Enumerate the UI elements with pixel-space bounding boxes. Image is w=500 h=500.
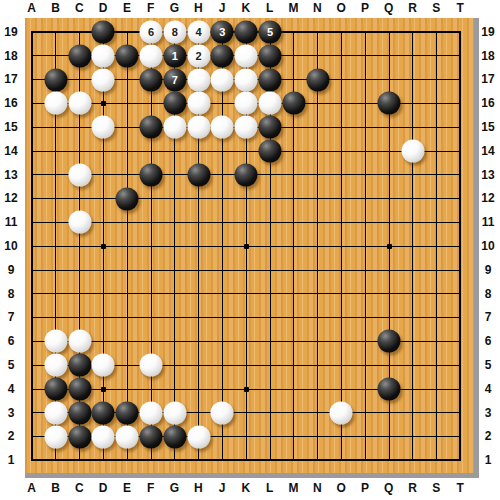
coord-label-right: 14 (477, 144, 499, 158)
stone-white-J15 (211, 116, 234, 139)
coord-label-right: 16 (477, 96, 499, 110)
stone-white-C16 (68, 92, 91, 115)
coord-label-bottom: B (51, 481, 60, 495)
star-point (101, 244, 106, 249)
stone-white-B16 (44, 92, 67, 115)
stone-black-E18 (116, 44, 139, 67)
coord-label-top: B (51, 1, 60, 15)
coord-label-top: S (432, 1, 440, 15)
stone-white-O3 (330, 401, 353, 424)
coord-label-top: J (219, 1, 226, 15)
stone-white-F18 (140, 44, 163, 67)
coord-label-bottom: C (75, 481, 84, 495)
coord-label-left: 11 (0, 215, 22, 229)
coord-label-bottom: T (456, 481, 463, 495)
stone-white-F19: 6 (140, 21, 163, 44)
coord-label-left: 14 (0, 144, 22, 158)
stone-black-E12 (116, 187, 139, 210)
coord-label-top: H (194, 1, 203, 15)
coord-label-top: F (147, 1, 154, 15)
stone-black-F17 (140, 68, 163, 91)
grid-line-horizontal (31, 270, 461, 271)
stone-white-K15 (235, 116, 258, 139)
stone-black-C2 (68, 425, 91, 448)
stone-white-H18: 2 (187, 44, 210, 67)
star-point (244, 387, 249, 392)
stone-black-B4 (44, 378, 67, 401)
stone-black-E3 (116, 401, 139, 424)
stone-black-B17 (44, 68, 67, 91)
grid-line-vertical (317, 31, 318, 461)
coord-label-bottom: P (361, 481, 369, 495)
coord-label-right: 19 (477, 25, 499, 39)
coord-label-right: 4 (477, 382, 499, 396)
coord-label-top: Q (384, 1, 393, 15)
grid-line-vertical (436, 31, 437, 461)
coord-label-right: 15 (477, 120, 499, 134)
stone-black-C5 (68, 354, 91, 377)
stone-black-M16 (282, 92, 305, 115)
coord-label-left: 9 (0, 263, 22, 277)
stone-white-H16 (187, 92, 210, 115)
stone-white-L16 (259, 92, 282, 115)
stone-white-G19: 8 (163, 21, 186, 44)
stone-black-Q6 (378, 330, 401, 353)
coord-label-top: P (361, 1, 369, 15)
coord-label-bottom: L (266, 481, 273, 495)
coord-label-right: 9 (477, 263, 499, 277)
stone-black-G16 (163, 92, 186, 115)
coord-label-left: 19 (0, 25, 22, 39)
stone-white-F5 (140, 354, 163, 377)
coord-label-left: 12 (0, 191, 22, 205)
grid-line-vertical (412, 31, 413, 461)
grid-line-vertical (459, 31, 461, 461)
stone-white-H19: 4 (187, 21, 210, 44)
coord-label-right: 6 (477, 334, 499, 348)
move-number: 2 (196, 50, 202, 61)
coord-label-bottom: D (99, 481, 108, 495)
stone-white-C13 (68, 163, 91, 186)
stone-black-N17 (306, 68, 329, 91)
stone-white-D15 (92, 116, 115, 139)
stone-black-L17 (259, 68, 282, 91)
star-point (101, 387, 106, 392)
coord-label-bottom: G (170, 481, 179, 495)
star-point (101, 101, 106, 106)
stone-white-C11 (68, 211, 91, 234)
stone-white-J3 (211, 401, 234, 424)
coord-label-bottom: J (219, 481, 226, 495)
goban[interactable]: 68435127 (25, 18, 479, 478)
stone-white-E2 (116, 425, 139, 448)
stone-white-K17 (235, 68, 258, 91)
coord-label-bottom: A (27, 481, 36, 495)
coord-label-left: 1 (0, 453, 22, 467)
coord-label-top: D (99, 1, 108, 15)
coord-label-bottom: N (313, 481, 322, 495)
stone-white-D5 (92, 354, 115, 377)
coord-label-left: 6 (0, 334, 22, 348)
stone-white-D2 (92, 425, 115, 448)
stone-black-G18: 1 (163, 44, 186, 67)
stone-black-Q4 (378, 378, 401, 401)
stone-white-H2 (187, 425, 210, 448)
stone-black-C3 (68, 401, 91, 424)
stone-white-G3 (163, 401, 186, 424)
coord-label-bottom: Q (384, 481, 393, 495)
coord-label-right: 18 (477, 49, 499, 63)
coord-label-left: 13 (0, 168, 22, 182)
coord-label-left: 5 (0, 358, 22, 372)
stone-black-G17: 7 (163, 68, 186, 91)
coord-label-right: 7 (477, 310, 499, 324)
star-point (244, 244, 249, 249)
stone-white-G15 (163, 116, 186, 139)
stone-black-Q16 (378, 92, 401, 115)
coord-label-top: E (123, 1, 131, 15)
coord-label-right: 11 (477, 215, 499, 229)
coord-label-right: 12 (477, 191, 499, 205)
stone-white-J17 (211, 68, 234, 91)
stone-black-G2 (163, 425, 186, 448)
coord-label-top: K (242, 1, 251, 15)
coord-label-right: 5 (477, 358, 499, 372)
coord-label-right: 3 (477, 406, 499, 420)
stone-white-F3 (140, 401, 163, 424)
board-grid: 68435127 (32, 32, 460, 460)
coord-label-right: 13 (477, 168, 499, 182)
coord-label-left: 16 (0, 96, 22, 110)
coord-label-left: 2 (0, 429, 22, 443)
coord-label-left: 3 (0, 406, 22, 420)
coord-label-top: R (408, 1, 417, 15)
stone-black-C4 (68, 378, 91, 401)
stone-black-K13 (235, 163, 258, 186)
coord-label-right: 2 (477, 429, 499, 443)
stone-black-C18 (68, 44, 91, 67)
coord-label-left: 10 (0, 239, 22, 253)
coord-label-left: 17 (0, 72, 22, 86)
stone-black-D3 (92, 401, 115, 424)
stone-black-L15 (259, 116, 282, 139)
coord-label-right: 1 (477, 453, 499, 467)
stone-white-H15 (187, 116, 210, 139)
coord-label-left: 4 (0, 382, 22, 396)
coord-label-bottom: F (147, 481, 154, 495)
stone-black-L18 (259, 44, 282, 67)
stone-black-L19: 5 (259, 21, 282, 44)
coord-label-top: L (266, 1, 273, 15)
move-number: 3 (219, 27, 225, 38)
move-number: 7 (172, 74, 178, 85)
stone-white-D17 (92, 68, 115, 91)
stone-black-F2 (140, 425, 163, 448)
stone-black-L14 (259, 140, 282, 163)
coord-label-right: 10 (477, 239, 499, 253)
move-number: 6 (148, 27, 154, 38)
move-number: 5 (267, 27, 273, 38)
grid-line-vertical (365, 31, 366, 461)
stone-white-B3 (44, 401, 67, 424)
grid-line-horizontal (31, 317, 461, 318)
stone-black-F15 (140, 116, 163, 139)
stone-black-F13 (140, 163, 163, 186)
coord-label-bottom: S (432, 481, 440, 495)
stone-white-K16 (235, 92, 258, 115)
coord-label-bottom: M (289, 481, 299, 495)
stone-black-D19 (92, 21, 115, 44)
coord-label-bottom: R (408, 481, 417, 495)
grid-line-vertical (341, 31, 342, 461)
coord-label-right: 8 (477, 287, 499, 301)
coord-label-left: 15 (0, 120, 22, 134)
coord-label-left: 8 (0, 287, 22, 301)
coord-label-top: T (456, 1, 463, 15)
stone-black-J18 (211, 44, 234, 67)
stone-white-B6 (44, 330, 67, 353)
coord-label-left: 7 (0, 310, 22, 324)
stone-black-H13 (187, 163, 210, 186)
stone-white-B2 (44, 425, 67, 448)
stone-white-H17 (187, 68, 210, 91)
stone-white-K18 (235, 44, 258, 67)
coord-label-bottom: O (336, 481, 345, 495)
stone-white-C6 (68, 330, 91, 353)
move-number: 1 (172, 50, 178, 61)
move-number: 4 (196, 27, 202, 38)
grid-line-horizontal (31, 293, 461, 294)
coord-label-bottom: E (123, 481, 131, 495)
coord-label-left: 18 (0, 49, 22, 63)
coord-label-top: M (289, 1, 299, 15)
star-point (387, 244, 392, 249)
coord-label-bottom: H (194, 481, 203, 495)
stone-white-B5 (44, 354, 67, 377)
coord-label-bottom: K (242, 481, 251, 495)
coord-label-top: N (313, 1, 322, 15)
stone-white-D18 (92, 44, 115, 67)
stone-black-K19 (235, 21, 258, 44)
coord-label-top: O (336, 1, 345, 15)
coord-label-top: A (27, 1, 36, 15)
move-number: 8 (172, 27, 178, 38)
stone-black-J19: 3 (211, 21, 234, 44)
grid-line-horizontal (31, 459, 461, 461)
coord-label-top: G (170, 1, 179, 15)
coord-label-top: C (75, 1, 84, 15)
coord-label-right: 17 (477, 72, 499, 86)
go-board-viewer: ABCDEFGHJKLMNOPQRST ABCDEFGHJKLMNOPQRST … (0, 0, 500, 500)
stone-white-R14 (401, 140, 424, 163)
